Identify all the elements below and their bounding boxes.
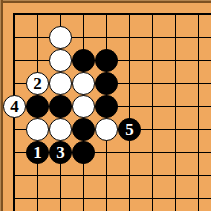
stone-white: [72, 95, 95, 118]
grid-vertical-line: [175, 13, 176, 211]
move-number-label: 4: [10, 98, 19, 115]
stone-black-move-3: 3: [49, 141, 72, 164]
move-number-label: 1: [33, 144, 42, 161]
stone-black: [72, 141, 95, 164]
grid-vertical-line: [152, 13, 153, 211]
grid-vertical-line: [129, 13, 130, 211]
grid-horizontal-line: [13, 198, 211, 199]
stone-white: [95, 118, 118, 141]
stone-white-move-2: 2: [26, 72, 49, 95]
stone-black: [95, 95, 118, 118]
stone-black-move-5: 5: [118, 118, 141, 141]
move-number-label: 2: [33, 75, 42, 92]
stone-white: [26, 118, 49, 141]
stone-white: [49, 26, 72, 49]
move-number-label: 3: [56, 144, 65, 161]
grid-horizontal-line: [13, 37, 211, 38]
stone-black: [95, 72, 118, 95]
grid-horizontal-line: [13, 175, 211, 176]
move-number-label: 5: [125, 121, 134, 138]
board-top-edge-line: [13, 13, 211, 15]
stone-black-move-1: 1: [26, 141, 49, 164]
stone-black: [72, 118, 95, 141]
stone-black: [49, 95, 72, 118]
stone-black: [95, 49, 118, 72]
stone-white: [49, 49, 72, 72]
stone-white: [72, 72, 95, 95]
stone-white-move-4: 4: [3, 95, 26, 118]
board-frame-top-edge: [0, 0, 211, 3]
stone-white: [49, 118, 72, 141]
grid-vertical-line: [198, 13, 199, 211]
stone-black: [72, 49, 95, 72]
stone-black: [26, 95, 49, 118]
go-diagram: 24513: [0, 0, 211, 211]
stone-white: [49, 72, 72, 95]
